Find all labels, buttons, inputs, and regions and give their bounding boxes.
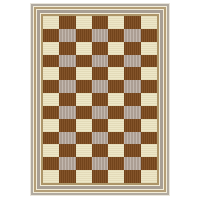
board-square-cream-square-r5c3 [76,67,92,80]
board-square-brown-square-r10c3 [76,132,92,145]
board-square-brown-square-r9c2 [59,119,75,132]
board-square-brown-square-r6c3 [76,80,92,93]
board-square-cream-square-r11c1 [43,144,59,157]
board-square-taupe-square-r2c4 [92,29,108,42]
board-square-taupe-square-r8c4 [92,106,108,119]
board-square-cream-square-r1c7 [141,16,157,29]
board-square-brown-square-r9c4 [92,119,108,132]
board-square-brown-square-r3c4 [92,42,108,55]
board-square-taupe-square-r6c4 [92,80,108,93]
board-square-taupe-square-r8c6 [124,106,140,119]
board-square-cream-square-r13c3 [76,170,92,183]
board-square-taupe-square-r2c2 [59,29,75,42]
board-square-taupe-square-r6c6 [124,80,140,93]
board-square-brown-square-r1c4 [92,16,108,29]
board-square-brown-square-r1c2 [59,16,75,29]
board-square-brown-square-r3c6 [124,42,140,55]
board-square-cream-square-r9c3 [76,119,92,132]
board-square-brown-square-r12c7 [141,157,157,170]
board-square-taupe-square-r6c2 [59,80,75,93]
board-square-cream-square-r11c7 [141,144,157,157]
board-square-brown-square-r13c2 [59,170,75,183]
board-square-brown-square-r12c1 [43,157,59,170]
board-square-cream-square-r3c1 [43,42,59,55]
board-square-brown-square-r2c1 [43,29,59,42]
board-square-brown-square-r4c1 [43,55,59,68]
board-square-brown-square-r9c6 [124,119,140,132]
board-square-cream-square-r13c1 [43,170,59,183]
board-square-taupe-square-r4c6 [124,55,140,68]
checkerboard-rug [30,3,170,196]
board-square-cream-square-r1c1 [43,16,59,29]
board-square-brown-square-r8c7 [141,106,157,119]
board-square-brown-square-r4c3 [76,55,92,68]
board-square-cream-square-r3c7 [141,42,157,55]
board-square-taupe-square-r12c6 [124,157,140,170]
board-square-cream-square-r13c7 [141,170,157,183]
board-square-brown-square-r7c6 [124,93,140,106]
board-square-cream-square-r5c5 [108,67,124,80]
board-square-taupe-square-r2c6 [124,29,140,42]
board-square-brown-square-r4c7 [141,55,157,68]
board-square-cream-square-r9c5 [108,119,124,132]
board-square-brown-square-r6c7 [141,80,157,93]
product-photo-canvas [0,0,200,200]
board-square-brown-square-r8c5 [108,106,124,119]
board-square-brown-square-r6c5 [108,80,124,93]
board-square-cream-square-r9c1 [43,119,59,132]
board-square-brown-square-r5c4 [92,67,108,80]
board-square-brown-square-r6c1 [43,80,59,93]
board [43,16,157,183]
board-square-brown-square-r8c3 [76,106,92,119]
board-square-cream-square-r5c1 [43,67,59,80]
board-square-taupe-square-r12c4 [92,157,108,170]
board-square-cream-square-r3c5 [108,42,124,55]
board-square-brown-square-r10c7 [141,132,157,145]
board-square-taupe-square-r8c2 [59,106,75,119]
board-square-cream-square-r13c5 [108,170,124,183]
board-square-brown-square-r5c2 [59,67,75,80]
board-square-cream-square-r1c5 [108,16,124,29]
board-square-brown-square-r11c6 [124,144,140,157]
board-square-brown-square-r4c5 [108,55,124,68]
board-square-brown-square-r8c1 [43,106,59,119]
board-square-taupe-square-r4c2 [59,55,75,68]
board-square-brown-square-r11c4 [92,144,108,157]
board-square-cream-square-r7c1 [43,93,59,106]
board-square-cream-square-r11c5 [108,144,124,157]
board-square-cream-square-r1c3 [76,16,92,29]
board-square-taupe-square-r4c4 [92,55,108,68]
board-square-brown-square-r7c4 [92,93,108,106]
board-square-cream-square-r7c7 [141,93,157,106]
board-square-brown-square-r5c6 [124,67,140,80]
board-square-brown-square-r11c2 [59,144,75,157]
board-square-brown-square-r10c1 [43,132,59,145]
board-square-taupe-square-r12c2 [59,157,75,170]
board-square-brown-square-r2c5 [108,29,124,42]
board-square-brown-square-r1c6 [124,16,140,29]
board-square-cream-square-r3c3 [76,42,92,55]
board-square-taupe-square-r10c6 [124,132,140,145]
board-square-brown-square-r12c5 [108,157,124,170]
board-square-taupe-square-r10c2 [59,132,75,145]
board-square-taupe-square-r10c4 [92,132,108,145]
board-square-brown-square-r10c5 [108,132,124,145]
board-square-brown-square-r13c4 [92,170,108,183]
board-square-cream-square-r5c7 [141,67,157,80]
board-square-cream-square-r9c7 [141,119,157,132]
board-square-brown-square-r2c3 [76,29,92,42]
board-square-brown-square-r12c3 [76,157,92,170]
board-square-cream-square-r7c5 [108,93,124,106]
board-square-brown-square-r7c2 [59,93,75,106]
board-square-cream-square-r7c3 [76,93,92,106]
board-square-brown-square-r13c6 [124,170,140,183]
board-square-brown-square-r3c2 [59,42,75,55]
board-square-brown-square-r2c7 [141,29,157,42]
board-square-cream-square-r11c3 [76,144,92,157]
